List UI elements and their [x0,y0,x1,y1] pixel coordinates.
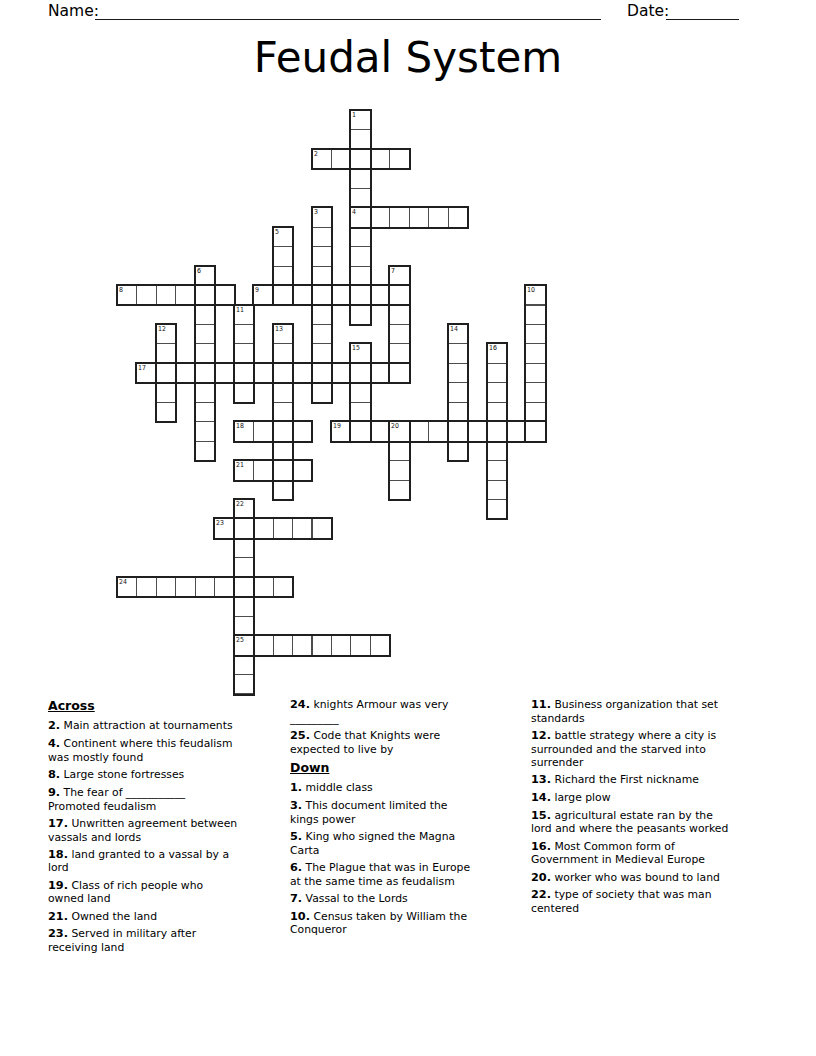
grid-cell-r23c6[interactable] [234,557,254,577]
grid-cell-r16c16[interactable] [428,421,448,441]
grid-cell-r9c10[interactable] [312,285,332,305]
grid-cell-r24c4[interactable] [195,577,215,597]
cell-number-25: 25 [236,637,244,643]
cell-number-10: 10 [527,287,535,293]
grid-cell-r9c3[interactable] [175,285,195,305]
cell-number-7: 7 [391,268,395,274]
grid-cell-r13c9[interactable] [292,363,312,383]
clue-heading-across: Across [48,698,294,713]
clue-down-20: 20. worker who was bound to land [531,871,777,885]
grid-cell-r16c4[interactable] [195,421,215,441]
clue-across-21: 21. Owned the land [48,910,294,924]
grid-cell-r5c17[interactable] [448,207,468,227]
grid-cell-r13c17[interactable] [448,363,468,383]
grid-cell-r7c12[interactable] [350,246,370,266]
grid-cell-r13c10[interactable] [312,363,332,383]
grid-cell-r15c12[interactable] [350,402,370,422]
grid-cell-r14c4[interactable] [195,382,215,402]
grid-cell-r8c12[interactable] [350,266,370,286]
grid-cell-r9c2[interactable] [156,285,176,305]
clue-across-8: 8. Large stone fortresses [48,768,294,782]
grid-cell-r13c8[interactable] [273,363,293,383]
grid-cell-r27c12[interactable] [350,635,370,655]
grid-cell-r15c2[interactable] [156,402,176,422]
clue-column-2: 24. knights Armour was very _________25.… [290,698,536,941]
grid-cell-r5c15[interactable] [409,207,429,227]
clue-across-19: 19. Class of rich people who owned land [48,879,294,906]
grid-cell-r14c2[interactable] [156,382,176,402]
grid-cell-r12c6[interactable] [234,343,254,363]
clue-down-3: 3. This document limited the kings power [290,799,536,826]
grid-cell-r10c10[interactable] [312,305,332,325]
cell-number-6: 6 [197,268,201,274]
grid-cell-r5c14[interactable] [389,207,409,227]
cell-number-1: 1 [352,112,356,118]
grid-cell-r16c8[interactable] [273,421,293,441]
grid-cell-r17c4[interactable] [195,441,215,461]
grid-cell-r27c8[interactable] [273,635,293,655]
grid-cell-r11c6[interactable] [234,324,254,344]
grid-cell-r9c12[interactable] [350,285,370,305]
grid-cell-r16c9[interactable] [292,421,312,441]
clue-down-7: 7. Vassal to the Lords [290,892,536,906]
grid-cell-r15c8[interactable] [273,402,293,422]
grid-cell-r7c8[interactable] [273,246,293,266]
cell-number-12: 12 [158,326,166,332]
grid-cell-r11c4[interactable] [195,324,215,344]
grid-cell-r13c12[interactable] [350,363,370,383]
grid-cell-r14c17[interactable] [448,382,468,402]
grid-cell-r13c5[interactable] [214,363,234,383]
grid-cell-r16c18[interactable] [467,421,487,441]
grid-cell-r13c2[interactable] [156,363,176,383]
grid-cell-r14c12[interactable] [350,382,370,402]
date-label: Date: [627,2,669,20]
grid-cell-r9c8[interactable] [273,285,293,305]
cell-number-3: 3 [314,209,318,215]
cell-number-23: 23 [216,520,224,526]
grid-cell-r6c10[interactable] [312,227,332,247]
grid-cell-r13c13[interactable] [370,363,390,383]
grid-cell-r24c8[interactable] [273,577,293,597]
grid-cell-r18c14[interactable] [389,460,409,480]
clue-across-17: 17. Unwritten agreement between vassals … [48,817,294,844]
cell-number-17: 17 [138,365,146,371]
clue-across-24: 24. knights Armour was very _________ [290,698,536,725]
grid-cell-r16c21[interactable] [525,421,545,441]
grid-cell-r12c10[interactable] [312,343,332,363]
grid-cell-r14c21[interactable] [525,382,545,402]
grid-cell-r9c1[interactable] [136,285,156,305]
cell-number-2: 2 [314,151,318,157]
clue-across-4: 4. Continent where this feudalism was mo… [48,737,294,764]
clue-down-5: 5. King who signed the Magna Carta [290,830,536,857]
cell-number-22: 22 [236,501,244,507]
cell-number-24: 24 [119,579,127,585]
grid-cell-r16c13[interactable] [370,421,390,441]
grid-cell-r5c16[interactable] [428,207,448,227]
grid-cell-r10c12[interactable] [350,305,370,325]
grid-cell-r7c10[interactable] [312,246,332,266]
clue-column-3: 11. Business organization that set stand… [531,698,777,919]
grid-cell-r29c6[interactable] [234,674,254,694]
grid-cell-r6c12[interactable] [350,227,370,247]
cell-number-20: 20 [391,423,399,429]
grid-cell-r2c11[interactable] [331,149,351,169]
clue-down-16: 16. Most Common form of Government in Me… [531,840,777,867]
clue-column-1: Across2. Main attraction at tournaments4… [48,698,294,958]
grid-cell-r3c12[interactable] [350,168,370,188]
grid-cell-r27c7[interactable] [253,635,273,655]
grid-cell-r22c6[interactable] [234,538,254,558]
clue-across-18: 18. land granted to a vassal by a lord [48,848,294,875]
grid-cell-r9c13[interactable] [370,285,390,305]
grid-cell-r19c14[interactable] [389,480,409,500]
grid-cell-r12c8[interactable] [273,343,293,363]
grid-cell-r2c12[interactable] [350,149,370,169]
grid-cell-r17c14[interactable] [389,441,409,461]
grid-cell-r18c9[interactable] [292,460,312,480]
cell-number-18: 18 [236,423,244,429]
clue-down-1: 1. middle class [290,781,536,795]
grid-cell-r27c10[interactable] [312,635,332,655]
grid-cell-r15c19[interactable] [487,402,507,422]
grid-cell-r13c19[interactable] [487,363,507,383]
grid-cell-r12c4[interactable] [195,343,215,363]
grid-cell-r14c8[interactable] [273,382,293,402]
grid-cell-r9c9[interactable] [292,285,312,305]
grid-cell-r16c7[interactable] [253,421,273,441]
clue-down-6: 6. The Plague that was in Europe at the … [290,861,536,888]
cell-number-8: 8 [119,287,123,293]
cell-number-21: 21 [236,462,244,468]
grid-cell-r28c6[interactable] [234,655,254,675]
page-title: Feudal System [0,33,816,83]
grid-cell-r24c3[interactable] [175,577,195,597]
grid-cell-r14c10[interactable] [312,382,332,402]
grid-cell-r12c21[interactable] [525,343,545,363]
grid-cell-r16c20[interactable] [506,421,526,441]
cell-number-15: 15 [352,345,360,351]
grid-cell-r24c6[interactable] [234,577,254,597]
grid-cell-r11c21[interactable] [525,324,545,344]
grid-cell-r19c8[interactable] [273,480,293,500]
grid-cell-r13c21[interactable] [525,363,545,383]
grid-cell-r10c21[interactable] [525,305,545,325]
clue-down-14: 14. large plow [531,791,777,805]
grid-cell-r26c6[interactable] [234,616,254,636]
grid-cell-r15c4[interactable] [195,402,215,422]
grid-cell-r13c11[interactable] [331,363,351,383]
grid-cell-r8c8[interactable] [273,266,293,286]
grid-cell-r13c4[interactable] [195,363,215,383]
clue-down-11: 11. Business organization that set stand… [531,698,777,725]
worksheet-page: Name: Date: Feudal System 12345678910111… [0,0,816,1056]
grid-cell-r21c7[interactable] [253,518,273,538]
grid-cell-r11c14[interactable] [389,324,409,344]
grid-cell-r13c7[interactable] [253,363,273,383]
grid-cell-r18c19[interactable] [487,460,507,480]
name-label: Name: [48,2,99,20]
grid-cell-r17c17[interactable] [448,441,468,461]
grid-cell-r14c6[interactable] [234,382,254,402]
grid-cell-r21c6[interactable] [234,518,254,538]
grid-cell-r9c4[interactable] [195,285,215,305]
grid-cell-r21c8[interactable] [273,518,293,538]
grid-cell-r1c12[interactable] [350,129,370,149]
grid-cell-r25c6[interactable] [234,596,254,616]
grid-cell-r9c14[interactable] [389,285,409,305]
clue-across-9: 9. The fear of ___________ Promoted feud… [48,786,294,813]
grid-cell-r27c13[interactable] [370,635,390,655]
grid-cell-r8c10[interactable] [312,266,332,286]
clue-down-22: 22. type of society that was man centere… [531,888,777,915]
grid-cell-r4c12[interactable] [350,188,370,208]
grid-cell-r10c4[interactable] [195,305,215,325]
cell-number-11: 11 [236,307,244,313]
grid-cell-r5c13[interactable] [370,207,390,227]
date-blank-line [666,2,739,20]
grid-cell-r13c6[interactable] [234,363,254,383]
grid-cell-r10c14[interactable] [389,305,409,325]
grid-cell-r14c19[interactable] [487,382,507,402]
grid-cell-r9c11[interactable] [331,285,351,305]
name-blank-line [95,2,601,20]
clue-down-15: 15. agricultural estate ran by the lord … [531,809,777,836]
clue-down-10: 10. Census taken by William the Conquero… [290,910,536,937]
clue-across-25: 25. Code that Knights were expected to l… [290,729,536,756]
grid-cell-r12c2[interactable] [156,343,176,363]
grid-cell-r11c10[interactable] [312,324,332,344]
cell-number-13: 13 [275,326,283,332]
grid-cell-r12c17[interactable] [448,343,468,363]
grid-cell-r2c13[interactable] [370,149,390,169]
grid-cell-r16c19[interactable] [487,421,507,441]
grid-cell-r16c15[interactable] [409,421,429,441]
cell-number-4: 4 [352,209,356,215]
grid-cell-r24c2[interactable] [156,577,176,597]
grid-cell-r18c7[interactable] [253,460,273,480]
grid-cell-r24c1[interactable] [136,577,156,597]
grid-cell-r21c9[interactable] [292,518,312,538]
cell-number-9: 9 [255,287,259,293]
cell-number-14: 14 [450,326,458,332]
grid-cell-r16c12[interactable] [350,421,370,441]
grid-cell-r24c5[interactable] [214,577,234,597]
grid-cell-r27c9[interactable] [292,635,312,655]
grid-cell-r21c10[interactable] [312,518,332,538]
cell-number-5: 5 [275,229,279,235]
grid-cell-r17c8[interactable] [273,441,293,461]
crossword-grid: 1234567891011121314151617181920212223242… [117,110,547,695]
grid-cell-r18c8[interactable] [273,460,293,480]
cell-number-19: 19 [333,423,341,429]
grid-cell-r15c21[interactable] [525,402,545,422]
clue-heading-down: Down [290,760,536,775]
grid-cell-r20c19[interactable] [487,499,507,519]
grid-cell-r13c3[interactable] [175,363,195,383]
clue-down-13: 13. Richard the First nickname [531,773,777,787]
grid-cell-r12c14[interactable] [389,343,409,363]
grid-cell-r9c5[interactable] [214,285,234,305]
grid-cell-r19c19[interactable] [487,480,507,500]
cell-number-16: 16 [489,345,497,351]
grid-cell-r13c14[interactable] [389,363,409,383]
clue-down-12: 12. battle strategy where a city is surr… [531,729,777,769]
grid-cell-r17c19[interactable] [487,441,507,461]
clue-across-2: 2. Main attraction at tournaments [48,719,294,733]
grid-cell-r2c14[interactable] [389,149,409,169]
grid-cell-r15c17[interactable] [448,402,468,422]
clue-across-23: 23. Served in military after receiving l… [48,927,294,954]
grid-cell-r27c11[interactable] [331,635,351,655]
grid-cell-r24c7[interactable] [253,577,273,597]
grid-cell-r16c17[interactable] [448,421,468,441]
